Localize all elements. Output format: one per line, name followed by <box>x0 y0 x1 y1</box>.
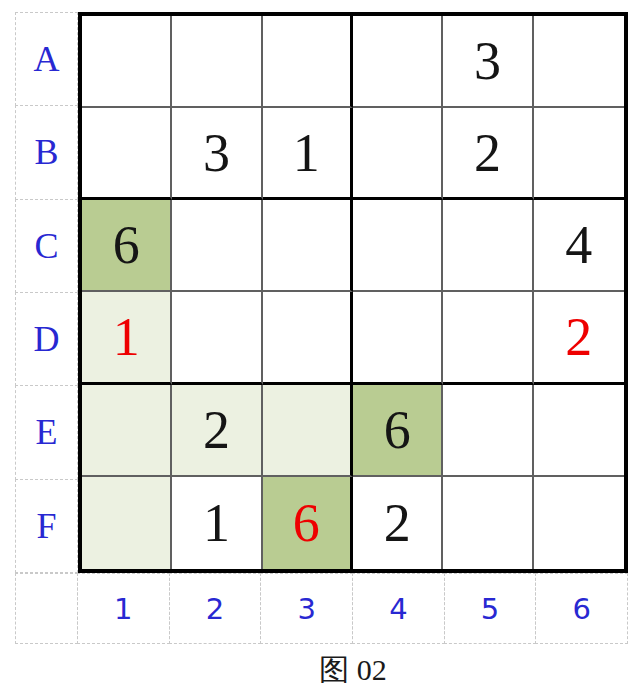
cell-F3: 6 <box>263 477 353 569</box>
col-label-1: 1 <box>77 573 170 644</box>
cell-D2 <box>172 292 262 384</box>
cell-D4 <box>353 292 443 384</box>
row-label-A: A <box>15 12 78 106</box>
cell-C3 <box>263 200 353 292</box>
cell-D6: 2 <box>534 292 624 384</box>
cell-A1 <box>82 16 172 108</box>
col-label-5: 5 <box>444 573 537 644</box>
cell-E3 <box>263 385 353 477</box>
cell-A2 <box>172 16 262 108</box>
cell-F5 <box>443 477 533 569</box>
cell-F1 <box>82 477 172 569</box>
cell-E6 <box>534 385 624 477</box>
col-label-2: 2 <box>169 573 262 644</box>
cell-E4: 6 <box>353 385 443 477</box>
cell-B4 <box>353 108 443 200</box>
cell-C2 <box>172 200 262 292</box>
row-label-E: E <box>15 385 78 479</box>
col-label-6: 6 <box>535 573 628 644</box>
cell-E1 <box>82 385 172 477</box>
col-label-4: 4 <box>352 573 445 644</box>
cell-C1: 6 <box>82 200 172 292</box>
cell-E2: 2 <box>172 385 262 477</box>
cell-C5 <box>443 200 533 292</box>
cell-C4 <box>353 200 443 292</box>
cell-B1 <box>82 108 172 200</box>
sudoku-board: 3312641226162 <box>78 12 628 573</box>
figure-caption: 图 02 <box>78 650 628 690</box>
cell-D5 <box>443 292 533 384</box>
row-label-B: B <box>15 105 78 199</box>
cell-D1: 1 <box>82 292 172 384</box>
cell-F4: 2 <box>353 477 443 569</box>
cell-E5 <box>443 385 533 477</box>
cell-D3 <box>263 292 353 384</box>
col-label-3: 3 <box>260 573 353 644</box>
cell-F6 <box>534 477 624 569</box>
row-label-C: C <box>15 199 78 293</box>
row-labels: ABCDEF <box>15 12 78 573</box>
cell-B2: 3 <box>172 108 262 200</box>
cell-B3: 1 <box>263 108 353 200</box>
cell-A6 <box>534 16 624 108</box>
cell-A3 <box>263 16 353 108</box>
cell-C6: 4 <box>534 200 624 292</box>
sudoku-figure: ABCDEF 3312641226162 123456 图 02 <box>0 0 640 694</box>
cell-F2: 1 <box>172 477 262 569</box>
cell-B5: 2 <box>443 108 533 200</box>
cell-A4 <box>353 16 443 108</box>
row-label-F: F <box>15 479 78 573</box>
col-labels: 123456 <box>15 573 628 644</box>
row-label-D: D <box>15 292 78 386</box>
cell-B6 <box>534 108 624 200</box>
corner-cell <box>15 573 78 644</box>
cell-A5: 3 <box>443 16 533 108</box>
